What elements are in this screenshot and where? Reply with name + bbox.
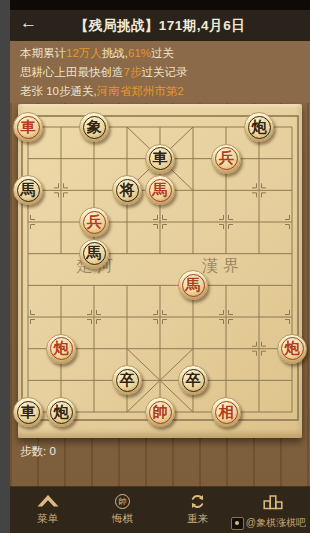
nav-undo-label: 悔棋	[112, 512, 133, 526]
back-button[interactable]: ←	[20, 13, 37, 33]
piece-red-cannon[interactable]: 炮	[46, 334, 76, 364]
step-count-value: 0	[49, 445, 55, 457]
page-title: 【残局挑战】171期,4月6日	[75, 17, 245, 35]
piece-red-elephant[interactable]: 相	[211, 397, 241, 427]
piece-black-elephant[interactable]: 象	[79, 112, 109, 142]
nav-restart-label: 重来	[187, 512, 208, 526]
piece-red-chariot[interactable]: 車	[13, 112, 43, 142]
watermark: @象棋涨棋吧	[231, 516, 306, 530]
challenge-info-panel: 本期累计12万人挑战,61%过关 思耕心上田最快创造7步过关记录 老张 10步通…	[10, 41, 310, 103]
app-screen: ← 【残局挑战】171期,4月6日 本期累计12万人挑战,61%过关 思耕心上田…	[10, 0, 310, 533]
nav-menu-button[interactable]: 菜单	[10, 487, 85, 533]
restart-refresh-icon	[189, 493, 206, 510]
xiangqi-board[interactable]: 楚河 漢界 車象炮車兵馬将馬兵馬馬炮炮卒卒車炮帥相	[18, 104, 302, 438]
watermark-text: @象棋涨棋吧	[246, 516, 306, 530]
step-counter: 步数: 0	[20, 444, 56, 459]
piece-black-chariot[interactable]: 車	[145, 144, 175, 174]
watermark-badge-icon	[231, 517, 244, 530]
piece-black-cannon[interactable]: 炮	[244, 112, 274, 142]
info-line-participants: 本期累计12万人挑战,61%过关	[20, 44, 310, 63]
piece-red-pawn[interactable]: 兵	[211, 144, 241, 174]
piece-red-king[interactable]: 帥	[145, 397, 175, 427]
nav-menu-label: 菜单	[37, 512, 58, 526]
rank-podium-icon	[263, 493, 283, 510]
piece-black-cannon[interactable]: 炮	[46, 397, 76, 427]
title-bar: ← 【残局挑战】171期,4月6日	[10, 10, 310, 41]
piece-red-cannon[interactable]: 炮	[277, 334, 307, 364]
nav-undo-button[interactable]: 帥 悔棋	[85, 487, 160, 533]
piece-black-chariot[interactable]: 車	[13, 397, 43, 427]
undo-piece-icon: 帥	[115, 493, 130, 510]
piece-black-horse[interactable]: 馬	[79, 239, 109, 269]
info-line-player: 老张 10步通关,河南省郑州市第2	[20, 82, 310, 101]
piece-red-pawn[interactable]: 兵	[79, 207, 109, 237]
info-line-record: 思耕心上田最快创造7步过关记录	[20, 63, 310, 82]
nav-restart-button[interactable]: 重来	[160, 487, 235, 533]
status-bar	[10, 0, 310, 10]
menu-chevron-up-icon	[36, 493, 60, 510]
